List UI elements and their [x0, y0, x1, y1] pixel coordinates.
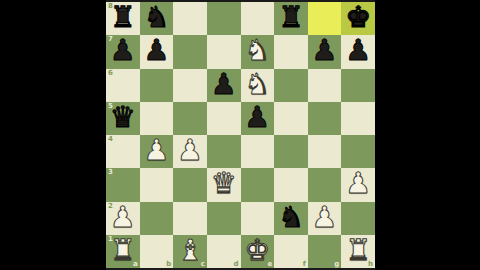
- file-label-a: a: [133, 260, 138, 268]
- rank-label-2: 2: [108, 202, 113, 211]
- square-h1[interactable]: h♜: [341, 235, 375, 268]
- square-a6[interactable]: 6: [106, 69, 140, 102]
- square-f5[interactable]: [274, 102, 308, 135]
- file-label-b: b: [166, 260, 171, 268]
- rank-label-6: 6: [108, 69, 113, 78]
- letterbox-left: [0, 0, 106, 270]
- square-h8[interactable]: ♚: [341, 2, 375, 35]
- square-g3[interactable]: [308, 168, 342, 201]
- square-a7[interactable]: 7♟: [106, 35, 140, 68]
- rank-label-5: 5: [108, 102, 113, 111]
- square-d5[interactable]: [207, 102, 241, 135]
- rank-label-7: 7: [108, 35, 113, 44]
- file-label-g: g: [334, 260, 339, 268]
- square-f6[interactable]: [274, 69, 308, 102]
- file-label-c: c: [201, 260, 205, 268]
- square-g2[interactable]: ♟: [308, 202, 342, 235]
- square-h5[interactable]: [341, 102, 375, 135]
- square-e2[interactable]: [241, 202, 275, 235]
- square-f3[interactable]: [274, 168, 308, 201]
- square-d2[interactable]: [207, 202, 241, 235]
- square-e8[interactable]: [241, 2, 275, 35]
- white-pawn[interactable]: ♟: [312, 203, 338, 232]
- rank-label-4: 4: [108, 135, 113, 144]
- square-d4[interactable]: [207, 135, 241, 168]
- square-f8[interactable]: ♜: [274, 2, 308, 35]
- square-a4[interactable]: 4: [106, 135, 140, 168]
- square-e4[interactable]: [241, 135, 275, 168]
- square-e3[interactable]: [241, 168, 275, 201]
- square-b2[interactable]: [140, 202, 174, 235]
- square-c1[interactable]: c♝: [173, 235, 207, 268]
- chess-board[interactable]: 8♜♞♜♚7♟♟♞♟♟6♟♞5♛♟4♟♟3♛♟2♟♞♟1a♜bc♝de♚fgh♜: [106, 0, 375, 270]
- square-h4[interactable]: [341, 135, 375, 168]
- square-d1[interactable]: d: [207, 235, 241, 268]
- black-pawn[interactable]: ♟: [345, 36, 371, 65]
- square-f2[interactable]: ♞: [274, 202, 308, 235]
- file-label-h: h: [368, 260, 373, 268]
- black-pawn[interactable]: ♟: [143, 36, 169, 65]
- rank-label-8: 8: [108, 2, 113, 11]
- square-d3[interactable]: ♛: [207, 168, 241, 201]
- square-h2[interactable]: [341, 202, 375, 235]
- square-d6[interactable]: ♟: [207, 69, 241, 102]
- square-g8[interactable]: [308, 2, 342, 35]
- black-rook[interactable]: ♜: [110, 3, 136, 32]
- square-c8[interactable]: [173, 2, 207, 35]
- black-pawn[interactable]: ♟: [244, 103, 270, 132]
- square-c2[interactable]: [173, 202, 207, 235]
- white-pawn[interactable]: ♟: [345, 169, 371, 198]
- white-pawn[interactable]: ♟: [177, 136, 203, 165]
- square-f1[interactable]: f: [274, 235, 308, 268]
- square-c7[interactable]: [173, 35, 207, 68]
- square-b3[interactable]: [140, 168, 174, 201]
- black-knight[interactable]: ♞: [143, 3, 169, 32]
- square-d7[interactable]: [207, 35, 241, 68]
- square-b4[interactable]: ♟: [140, 135, 174, 168]
- white-knight[interactable]: ♞: [244, 70, 270, 99]
- square-c6[interactable]: [173, 69, 207, 102]
- black-knight[interactable]: ♞: [278, 203, 304, 232]
- white-queen[interactable]: ♛: [211, 169, 237, 198]
- file-label-d: d: [233, 260, 238, 268]
- square-c5[interactable]: [173, 102, 207, 135]
- square-g6[interactable]: [308, 69, 342, 102]
- square-e7[interactable]: ♞: [241, 35, 275, 68]
- black-pawn[interactable]: ♟: [211, 70, 237, 99]
- white-bishop[interactable]: ♝: [177, 236, 203, 265]
- square-b1[interactable]: b: [140, 235, 174, 268]
- white-pawn[interactable]: ♟: [110, 203, 136, 232]
- square-b5[interactable]: [140, 102, 174, 135]
- file-label-f: f: [303, 260, 306, 268]
- square-e6[interactable]: ♞: [241, 69, 275, 102]
- square-a8[interactable]: 8♜: [106, 2, 140, 35]
- black-rook[interactable]: ♜: [278, 3, 304, 32]
- square-f7[interactable]: [274, 35, 308, 68]
- letterbox-right: [375, 0, 480, 270]
- square-g1[interactable]: g: [308, 235, 342, 268]
- black-pawn[interactable]: ♟: [110, 36, 136, 65]
- square-a3[interactable]: 3: [106, 168, 140, 201]
- square-a1[interactable]: 1a♜: [106, 235, 140, 268]
- square-f4[interactable]: [274, 135, 308, 168]
- square-b7[interactable]: ♟: [140, 35, 174, 68]
- black-queen[interactable]: ♛: [110, 103, 136, 132]
- square-e5[interactable]: ♟: [241, 102, 275, 135]
- square-g4[interactable]: [308, 135, 342, 168]
- square-c3[interactable]: [173, 168, 207, 201]
- square-a5[interactable]: 5♛: [106, 102, 140, 135]
- square-h6[interactable]: [341, 69, 375, 102]
- square-b6[interactable]: [140, 69, 174, 102]
- black-pawn[interactable]: ♟: [312, 36, 338, 65]
- white-pawn[interactable]: ♟: [143, 136, 169, 165]
- file-label-e: e: [267, 260, 272, 268]
- white-knight[interactable]: ♞: [244, 36, 270, 65]
- rank-label-3: 3: [108, 168, 113, 177]
- black-king[interactable]: ♚: [345, 3, 371, 32]
- square-d8[interactable]: [207, 2, 241, 35]
- square-g7[interactable]: ♟: [308, 35, 342, 68]
- square-h7[interactable]: ♟: [341, 35, 375, 68]
- square-e1[interactable]: e♚: [241, 235, 275, 268]
- square-h3[interactable]: ♟: [341, 168, 375, 201]
- square-g5[interactable]: [308, 102, 342, 135]
- square-a2[interactable]: 2♟: [106, 202, 140, 235]
- square-c4[interactable]: ♟: [173, 135, 207, 168]
- rank-label-1: 1: [108, 235, 113, 244]
- square-b8[interactable]: ♞: [140, 2, 174, 35]
